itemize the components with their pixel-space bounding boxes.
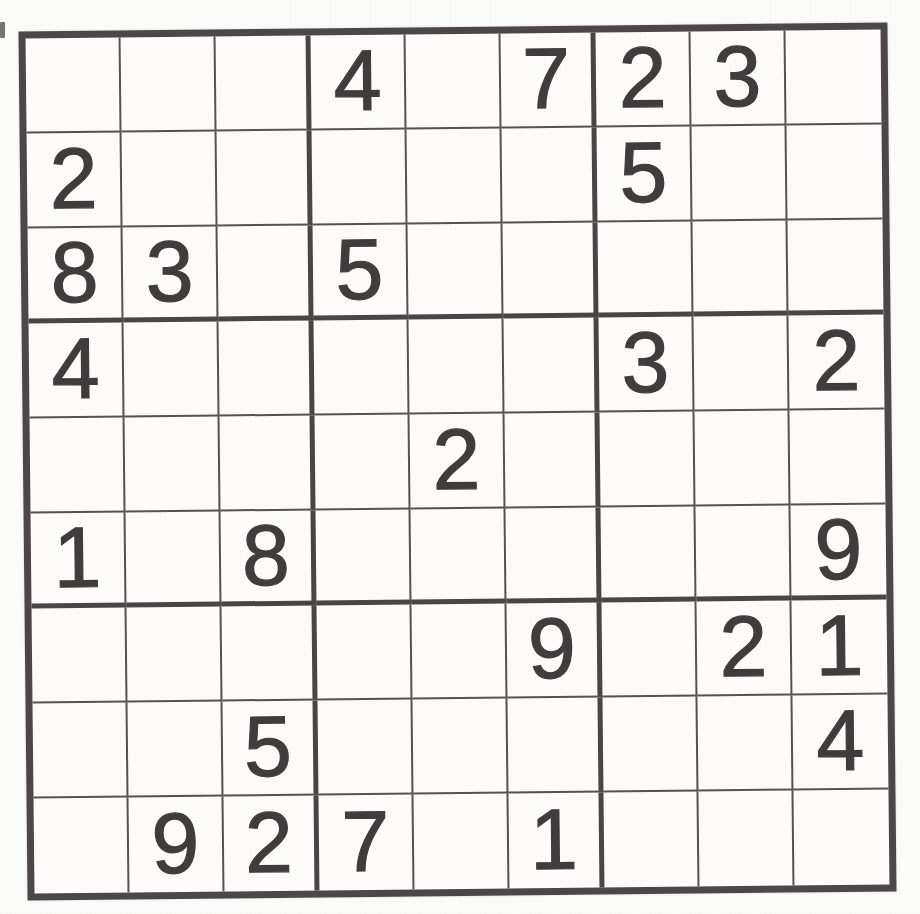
cell-r6c9[interactable]: 9 (790, 505, 886, 601)
cell-r1c8[interactable]: 3 (691, 31, 787, 127)
cell-r6c7[interactable] (600, 507, 696, 603)
cell-r9c1[interactable] (34, 797, 130, 893)
cell-r8c4[interactable] (317, 699, 413, 795)
cell-r1c6[interactable]: 7 (501, 33, 597, 129)
cell-r4c2[interactable] (124, 321, 220, 417)
cell-r6c5[interactable] (411, 509, 507, 605)
cell-r2c1[interactable]: 2 (27, 133, 123, 229)
cell-r3c9[interactable] (787, 220, 883, 316)
cell-r7c9[interactable]: 1 (791, 600, 887, 696)
cell-r6c2[interactable] (126, 511, 222, 607)
cell-r1c7[interactable]: 2 (596, 32, 692, 128)
cell-r5c8[interactable] (694, 411, 790, 507)
cell-r9c2[interactable]: 9 (129, 796, 225, 892)
cell-r1c3[interactable] (216, 36, 312, 132)
cell-r7c5[interactable] (411, 603, 507, 699)
cell-r4c5[interactable] (409, 319, 505, 415)
cell-r2c5[interactable] (407, 129, 503, 225)
cell-r2c9[interactable] (786, 125, 882, 221)
cell-r3c2[interactable]: 3 (123, 227, 219, 323)
cell-r2c8[interactable] (692, 126, 788, 222)
cell-r2c4[interactable] (312, 130, 408, 226)
cell-r8c1[interactable] (33, 702, 129, 798)
cell-r4c9[interactable]: 2 (788, 315, 884, 411)
cell-r6c8[interactable] (695, 506, 791, 602)
cell-r1c1[interactable] (26, 38, 122, 134)
cell-r7c3[interactable] (222, 605, 318, 701)
cell-r4c4[interactable] (314, 320, 410, 416)
cell-r9c8[interactable] (698, 790, 794, 886)
cell-r3c5[interactable] (408, 224, 504, 320)
cell-r1c5[interactable] (406, 34, 502, 130)
cell-r1c4[interactable]: 4 (311, 35, 407, 131)
cell-r3c3[interactable] (218, 226, 314, 322)
cell-r5c9[interactable] (789, 410, 885, 506)
cell-r4c3[interactable] (219, 321, 315, 417)
cell-r3c6[interactable] (503, 223, 599, 319)
cell-r8c6[interactable] (507, 697, 603, 793)
cell-r9c3[interactable]: 2 (223, 795, 319, 891)
cell-r4c6[interactable] (504, 318, 600, 414)
cell-r5c1[interactable] (30, 417, 126, 513)
cell-r3c4[interactable]: 5 (313, 225, 409, 321)
cell-r8c5[interactable] (412, 698, 508, 794)
cell-r5c5[interactable]: 2 (410, 414, 506, 510)
cell-r6c6[interactable] (505, 508, 601, 604)
cell-r7c2[interactable] (127, 606, 223, 702)
cell-r1c2[interactable] (121, 37, 217, 133)
cell-r1c9[interactable] (786, 30, 882, 126)
cell-r6c1[interactable]: 1 (31, 512, 127, 608)
cell-r7c8[interactable]: 2 (696, 601, 792, 697)
cell-r8c3[interactable]: 5 (223, 700, 319, 796)
cell-r3c1[interactable]: 8 (28, 227, 124, 323)
cell-r7c7[interactable] (601, 602, 697, 698)
cell-r3c8[interactable] (692, 221, 788, 317)
cell-r7c1[interactable] (32, 607, 128, 703)
cell-r9c9[interactable] (793, 790, 889, 886)
cell-r4c1[interactable]: 4 (29, 322, 125, 418)
cell-r4c7[interactable]: 3 (598, 317, 694, 413)
cell-r9c7[interactable] (603, 791, 699, 887)
cell-r8c2[interactable] (128, 701, 224, 797)
scanned-sudoku-page: 4723258354322189921549271 (0, 0, 920, 914)
cell-r2c7[interactable]: 5 (597, 127, 693, 223)
cell-r2c2[interactable] (122, 132, 218, 228)
cell-r7c4[interactable] (317, 604, 413, 700)
cell-r4c8[interactable] (693, 316, 789, 412)
cell-r3c7[interactable] (598, 222, 694, 318)
cell-r5c6[interactable] (505, 413, 601, 509)
cell-r8c8[interactable] (697, 696, 793, 792)
cell-r8c9[interactable]: 4 (792, 695, 888, 791)
scan-edge-artifact (0, 22, 5, 38)
cell-r5c2[interactable] (125, 416, 221, 512)
cell-r2c3[interactable] (217, 131, 313, 227)
cell-r5c4[interactable] (315, 415, 411, 511)
cell-r9c4[interactable]: 7 (318, 794, 414, 890)
cell-r6c3[interactable]: 8 (221, 510, 317, 606)
cell-r5c7[interactable] (599, 412, 695, 508)
cell-r6c4[interactable] (316, 509, 412, 605)
cell-r9c6[interactable]: 1 (508, 792, 604, 888)
cell-r5c3[interactable] (220, 415, 316, 511)
sudoku-board: 4723258354322189921549271 (18, 22, 896, 900)
cell-r2c6[interactable] (502, 128, 598, 224)
cell-r7c6[interactable]: 9 (506, 602, 602, 698)
cell-r9c5[interactable] (413, 793, 509, 889)
cell-r8c7[interactable] (602, 696, 698, 792)
